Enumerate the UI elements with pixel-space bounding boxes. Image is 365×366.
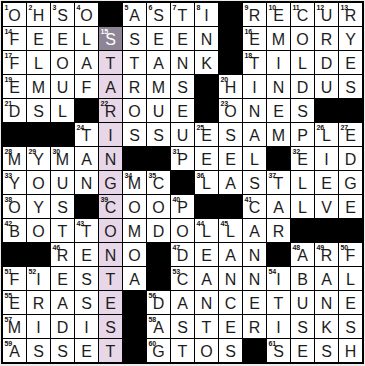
cell-letter: L [226, 224, 235, 242]
cell-letter: E [297, 152, 308, 170]
clue-number: 18 [245, 52, 252, 59]
cell-r11c11[interactable]: N [243, 243, 266, 266]
cell-letter: M [8, 320, 21, 338]
clue-number: 36 [197, 172, 204, 179]
cell-letter: O [296, 32, 308, 50]
cell-letter: L [298, 56, 307, 74]
cell-r1c1[interactable]: 1O [3, 3, 26, 26]
cell-r13c8[interactable]: A [171, 291, 194, 314]
cell-r2c14[interactable]: R [315, 27, 338, 50]
cell-r6c9[interactable]: 25E [195, 123, 218, 146]
cell-letter: S [57, 8, 68, 26]
cell-r12c6[interactable]: A [123, 267, 146, 290]
cell-r4c11[interactable]: I [243, 75, 266, 98]
cell-r15c15[interactable]: H [339, 339, 362, 362]
cell-r10c4[interactable]: 43T [75, 219, 98, 242]
cell-r3c6[interactable]: T [123, 51, 146, 74]
cell-r2c15[interactable]: Y [339, 27, 362, 50]
cell-r4c4[interactable]: F [75, 75, 98, 98]
cell-letter: C [249, 200, 261, 218]
cell-letter: A [249, 128, 260, 146]
cell-letter: A [81, 56, 92, 74]
cell-letter: N [321, 296, 333, 314]
cell-r10c2[interactable]: O [27, 219, 50, 242]
cell-r13c3[interactable]: A [51, 291, 74, 314]
cell-r7c13[interactable]: 32E [291, 147, 314, 170]
cell-letter: A [153, 56, 164, 74]
clue-number: 43 [77, 220, 84, 227]
cell-letter: E [249, 32, 260, 50]
black-cell-r10c15 [339, 219, 362, 242]
cell-r4c2[interactable]: M [27, 75, 50, 98]
cell-r2c7[interactable]: E [147, 27, 170, 50]
cell-letter: R [321, 248, 333, 266]
cell-r7c11[interactable]: L [243, 147, 266, 170]
cell-r1c13[interactable]: 11C [291, 3, 314, 26]
cell-r11c13[interactable]: 48A [291, 243, 314, 266]
cell-r6c14[interactable]: 26L [315, 123, 338, 146]
cell-r9c13[interactable]: L [291, 195, 314, 218]
cell-r1c6[interactable]: 5A [123, 3, 146, 26]
cell-r15c13[interactable]: E [291, 339, 314, 362]
cell-r8c11[interactable]: S [243, 171, 266, 194]
black-cell-r5c9 [195, 99, 218, 122]
cell-r10c7[interactable]: D [147, 219, 170, 242]
cell-r11c15[interactable]: 50F [339, 243, 362, 266]
cell-letter: D [153, 296, 165, 314]
cell-r15c1[interactable]: 59A [3, 339, 26, 362]
cell-letter: A [57, 296, 68, 314]
cell-letter: U [57, 80, 69, 98]
cell-r9c3[interactable]: S [51, 195, 74, 218]
cell-r8c13[interactable]: L [291, 171, 314, 194]
cell-r10c9[interactable]: 44L [195, 219, 218, 242]
black-cell-r7c6 [123, 147, 146, 170]
cell-letter: M [272, 128, 285, 146]
cell-r8c5[interactable]: G [99, 171, 122, 194]
cell-r3c9[interactable]: K [195, 51, 218, 74]
cell-r11c6[interactable]: O [123, 243, 146, 266]
cell-letter: R [273, 224, 285, 242]
cell-r12c10[interactable]: N [219, 267, 242, 290]
cell-r4c8[interactable]: S [171, 75, 194, 98]
cell-letter: E [273, 104, 284, 122]
clue-number: 34 [125, 172, 132, 179]
cell-r6c10[interactable]: S [219, 123, 242, 146]
cell-r14c8[interactable]: S [171, 315, 194, 338]
cell-r3c15[interactable]: E [339, 51, 362, 74]
cell-r14c3[interactable]: D [51, 315, 74, 338]
clue-number: 14 [5, 28, 12, 35]
cell-r4c6[interactable]: R [123, 75, 146, 98]
cell-letter: A [225, 176, 236, 194]
cell-letter: A [201, 272, 212, 290]
clue-number: 2 [29, 4, 33, 11]
cell-r6c13[interactable]: P [291, 123, 314, 146]
cell-r10c12[interactable]: R [267, 219, 290, 242]
cell-letter: R [321, 32, 333, 50]
cell-r13c7[interactable]: 56D [147, 291, 170, 314]
cell-r7c1[interactable]: 28M [3, 147, 26, 170]
cell-r3c4[interactable]: A [75, 51, 98, 74]
cell-letter: L [202, 176, 211, 194]
cell-r12c1[interactable]: 51F [3, 267, 26, 290]
cell-letter: L [82, 32, 91, 50]
cell-r9c15[interactable]: E [339, 195, 362, 218]
cell-r2c11[interactable]: 16E [243, 27, 266, 50]
cell-r15c5[interactable]: T [99, 339, 122, 362]
cell-letter: N [225, 272, 237, 290]
cell-r12c11[interactable]: N [243, 267, 266, 290]
cell-letter: Y [345, 32, 356, 50]
cell-r3c7[interactable]: A [147, 51, 170, 74]
cell-r9c6[interactable]: O [123, 195, 146, 218]
cell-r11c4[interactable]: E [75, 243, 98, 266]
cell-r14c11[interactable]: R [243, 315, 266, 338]
cell-r2c2[interactable]: E [27, 27, 50, 50]
clue-number: 32 [293, 148, 300, 155]
clue-number: 55 [5, 292, 12, 299]
cell-r7c9[interactable]: E [195, 147, 218, 170]
cell-letter: N [105, 248, 117, 266]
cell-r9c12[interactable]: A [267, 195, 290, 218]
cell-r14c5[interactable]: S [99, 315, 122, 338]
cell-letter: F [346, 248, 356, 266]
cell-r6c15[interactable]: 27E [339, 123, 362, 146]
cell-r4c10[interactable]: 20H [219, 75, 242, 98]
cell-r12c5[interactable]: T [99, 267, 122, 290]
cell-letter: E [225, 320, 236, 338]
cell-letter: O [80, 8, 92, 26]
cell-r13c13[interactable]: U [291, 291, 314, 314]
clue-number: 1 [5, 4, 9, 11]
cell-r14c12[interactable]: I [267, 315, 290, 338]
clue-number: 57 [5, 316, 12, 323]
cell-r13c5[interactable]: E [99, 291, 122, 314]
cell-r7c3[interactable]: 30M [51, 147, 74, 170]
cell-r14c9[interactable]: T [195, 315, 218, 338]
cell-r4c13[interactable]: D [291, 75, 314, 98]
cell-r5c2[interactable]: S [27, 99, 50, 122]
cell-r3c3[interactable]: O [51, 51, 74, 74]
clue-number: 30 [53, 148, 60, 155]
cell-letter: E [345, 296, 356, 314]
cell-r5c1[interactable]: 21D [3, 99, 26, 122]
cell-r4c7[interactable]: M [147, 75, 170, 98]
cell-letter: I [36, 272, 40, 290]
cell-r1c3[interactable]: 3S [51, 3, 74, 26]
cell-r1c14[interactable]: 12U [315, 3, 338, 26]
cell-r10c6[interactable]: M [123, 219, 146, 242]
cell-r14c2[interactable]: I [27, 315, 50, 338]
cell-letter: S [153, 8, 164, 26]
clue-number: 15 [101, 28, 108, 35]
cell-r4c1[interactable]: 19E [3, 75, 26, 98]
clue-number: 41 [245, 196, 252, 203]
cell-letter: H [33, 8, 45, 26]
cell-r5c3[interactable]: L [51, 99, 74, 122]
cell-r5c8[interactable]: E [171, 99, 194, 122]
cell-r8c2[interactable]: O [27, 171, 50, 194]
cell-r6c7[interactable]: S [147, 123, 170, 146]
cell-r2c8[interactable]: E [171, 27, 194, 50]
black-cell-r14c6 [123, 315, 146, 338]
cell-r9c1[interactable]: 38O [3, 195, 26, 218]
cell-letter: G [104, 176, 116, 194]
clue-number: 4 [77, 4, 81, 11]
cell-r11c10[interactable]: A [219, 243, 242, 266]
cell-r2c1[interactable]: 14F [3, 27, 26, 50]
cell-letter: D [345, 152, 357, 170]
cell-letter: I [276, 272, 280, 290]
cell-r2c13[interactable]: O [291, 27, 314, 50]
cell-r3c8[interactable]: N [171, 51, 194, 74]
clue-number: 40 [173, 196, 180, 203]
cell-r15c10[interactable]: S [219, 339, 242, 362]
cell-r1c12[interactable]: 10E [267, 3, 290, 26]
cell-r12c9[interactable]: A [195, 267, 218, 290]
cell-r7c2[interactable]: 29Y [27, 147, 50, 170]
cell-letter: C [153, 176, 165, 194]
cell-letter: U [321, 80, 333, 98]
cell-letter: E [81, 344, 92, 362]
cell-r5c12[interactable]: E [267, 99, 290, 122]
cell-r10c1[interactable]: 42B [3, 219, 26, 242]
cell-r1c4[interactable]: 4O [75, 3, 98, 26]
cell-r8c9[interactable]: 36L [195, 171, 218, 194]
cell-letter: R [345, 8, 357, 26]
clue-number: 13 [341, 4, 348, 11]
cell-r7c8[interactable]: 31P [171, 147, 194, 170]
cell-r1c7[interactable]: 6S [147, 3, 170, 26]
cell-r5c13[interactable]: S [291, 99, 314, 122]
cell-letter: C [105, 200, 117, 218]
cell-letter: T [178, 344, 188, 362]
cell-r2c5[interactable]: 15S [99, 27, 122, 50]
cell-letter: M [128, 176, 141, 194]
cell-r4c5[interactable]: A [99, 75, 122, 98]
clue-number: 47 [173, 244, 180, 251]
cell-r5c10[interactable]: 23O [219, 99, 242, 122]
cell-letter: L [34, 56, 43, 74]
cell-letter: A [273, 200, 284, 218]
cell-letter: A [225, 248, 236, 266]
cell-r11c5[interactable]: N [99, 243, 122, 266]
cell-letter: O [152, 200, 164, 218]
cell-r1c15[interactable]: 13R [339, 3, 362, 26]
cell-r3c5[interactable]: T [99, 51, 122, 74]
cell-r14c15[interactable]: S [339, 315, 362, 338]
cell-r3c2[interactable]: L [27, 51, 50, 74]
cell-r10c8[interactable]: O [171, 219, 194, 242]
cell-r13c4[interactable]: S [75, 291, 98, 314]
cell-r13c14[interactable]: N [315, 291, 338, 314]
black-cell-r15c11 [243, 339, 266, 362]
cell-r15c9[interactable]: O [195, 339, 218, 362]
cell-r5c11[interactable]: N [243, 99, 266, 122]
cell-r13c11[interactable]: E [243, 291, 266, 314]
cell-r3c12[interactable]: I [267, 51, 290, 74]
cell-r14c14[interactable]: K [315, 315, 338, 338]
cell-letter: R [105, 104, 117, 122]
black-cell-r9c9 [195, 195, 218, 218]
cell-r14c13[interactable]: S [291, 315, 314, 338]
cell-letter: T [106, 56, 116, 74]
cell-r11c9[interactable]: E [195, 243, 218, 266]
cell-letter: S [33, 344, 44, 362]
cell-r15c2[interactable]: S [27, 339, 50, 362]
cell-letter: F [82, 80, 92, 98]
cell-letter: E [201, 248, 212, 266]
cell-r8c1[interactable]: 33Y [3, 171, 26, 194]
cell-r13c15[interactable]: E [339, 291, 362, 314]
cell-r1c9[interactable]: 8I [195, 3, 218, 26]
clue-number: 22 [101, 100, 108, 107]
cell-r12c8[interactable]: 53C [171, 267, 194, 290]
cell-r6c12[interactable]: M [267, 123, 290, 146]
cell-r8c3[interactable]: U [51, 171, 74, 194]
cell-r12c15[interactable]: L [339, 267, 362, 290]
cell-r6c8[interactable]: U [171, 123, 194, 146]
cell-r4c3[interactable]: U [51, 75, 74, 98]
cell-r2c9[interactable]: N [195, 27, 218, 50]
cell-r5c7[interactable]: U [147, 99, 170, 122]
cell-r12c13[interactable]: B [291, 267, 314, 290]
cell-r9c2[interactable]: Y [27, 195, 50, 218]
cell-r7c10[interactable]: E [219, 147, 242, 170]
cell-r3c1[interactable]: 17F [3, 51, 26, 74]
cell-r12c2[interactable]: 52I [27, 267, 50, 290]
cell-r9c5[interactable]: 39C [99, 195, 122, 218]
cell-r7c4[interactable]: A [75, 147, 98, 170]
cell-r11c14[interactable]: 49R [315, 243, 338, 266]
clue-number: 5 [125, 4, 129, 11]
cell-r5c6[interactable]: O [123, 99, 146, 122]
black-cell-r13c6 [123, 291, 146, 314]
cell-letter: L [58, 104, 67, 122]
cell-r13c1[interactable]: 55E [3, 291, 26, 314]
cell-r12c4[interactable]: S [75, 267, 98, 290]
cell-letter: N [201, 296, 213, 314]
cell-r8c7[interactable]: 35C [147, 171, 170, 194]
cell-r10c11[interactable]: A [243, 219, 266, 242]
cell-letter: F [10, 56, 20, 74]
cell-r10c5[interactable]: O [99, 219, 122, 242]
cell-r2c4[interactable]: L [75, 27, 98, 50]
cell-letter: O [32, 224, 44, 242]
black-cell-r7c7 [147, 147, 170, 170]
cell-r6c11[interactable]: A [243, 123, 266, 146]
black-cell-r5c4 [75, 99, 98, 122]
cell-r15c12[interactable]: 61S [267, 339, 290, 362]
cell-r12c12[interactable]: 54I [267, 267, 290, 290]
cell-r2c12[interactable]: M [267, 27, 290, 50]
cell-r10c3[interactable]: T [51, 219, 74, 242]
cell-r3c11[interactable]: 18T [243, 51, 266, 74]
cell-r4c14[interactable]: U [315, 75, 338, 98]
cell-r15c14[interactable]: S [315, 339, 338, 362]
cell-r6c5[interactable]: I [99, 123, 122, 146]
cell-r11c8[interactable]: 47D [171, 243, 194, 266]
cell-letter: S [177, 320, 188, 338]
cell-r9c8[interactable]: 40P [171, 195, 194, 218]
cell-r6c4[interactable]: 24T [75, 123, 98, 146]
cell-r3c14[interactable]: D [315, 51, 338, 74]
cell-r8c4[interactable]: N [75, 171, 98, 194]
cell-r7c14[interactable]: I [315, 147, 338, 170]
cell-r13c9[interactable]: N [195, 291, 218, 314]
cell-r8c15[interactable]: G [339, 171, 362, 194]
cell-r12c14[interactable]: A [315, 267, 338, 290]
cell-r8c14[interactable]: E [315, 171, 338, 194]
cell-r13c2[interactable]: R [27, 291, 50, 314]
cell-letter: D [321, 56, 333, 74]
cell-letter: E [273, 8, 284, 26]
cell-letter: U [297, 296, 309, 314]
cell-r5c5[interactable]: 22R [99, 99, 122, 122]
cell-r14c10[interactable]: E [219, 315, 242, 338]
cell-r6c6[interactable]: S [123, 123, 146, 146]
cell-r1c2[interactable]: 2H [27, 3, 50, 26]
cell-r14c4[interactable]: I [75, 315, 98, 338]
cell-r12c3[interactable]: E [51, 267, 74, 290]
cell-letter: I [108, 128, 112, 146]
cell-r7c5[interactable]: N [99, 147, 122, 170]
clue-number: 21 [5, 100, 12, 107]
cell-letter: I [84, 320, 88, 338]
cell-letter: R [249, 8, 261, 26]
cell-r14c7[interactable]: 58A [147, 315, 170, 338]
cell-r11c3[interactable]: 46R [51, 243, 74, 266]
crossword-board: 1O2H3S4O5A6S7T8I9R10E11C12U13R14FEEL15SS… [1, 1, 364, 364]
cell-r9c11[interactable]: 41C [243, 195, 266, 218]
cell-r2c3[interactable]: E [51, 27, 74, 50]
clue-number: 20 [221, 76, 228, 83]
cell-r15c7[interactable]: 60G [147, 339, 170, 362]
clue-number: 10 [269, 4, 276, 11]
cell-r1c11[interactable]: 9R [243, 3, 266, 26]
cell-r1c8[interactable]: 7T [171, 3, 194, 26]
cell-r15c3[interactable]: S [51, 339, 74, 362]
cell-r3c13[interactable]: L [291, 51, 314, 74]
cell-r7c15[interactable]: D [339, 147, 362, 170]
cell-letter: U [153, 104, 165, 122]
cell-letter: G [152, 344, 164, 362]
cell-r14c1[interactable]: 57M [3, 315, 26, 338]
cell-r4c15[interactable]: S [339, 75, 362, 98]
cell-letter: L [250, 152, 259, 170]
cell-r4c12[interactable]: N [267, 75, 290, 98]
cell-r15c4[interactable]: E [75, 339, 98, 362]
clue-number: 53 [173, 268, 180, 275]
cell-letter: S [297, 320, 308, 338]
cell-letter: L [322, 128, 331, 146]
cell-r2c6[interactable]: S [123, 27, 146, 50]
clue-number: 42 [5, 220, 12, 227]
cell-letter: I [276, 56, 280, 74]
cell-r9c7[interactable]: O [147, 195, 170, 218]
cell-r8c12[interactable]: 37T [267, 171, 290, 194]
cell-r8c10[interactable]: A [219, 171, 242, 194]
cell-r8c6[interactable]: 34M [123, 171, 146, 194]
cell-letter: H [345, 344, 357, 362]
cell-r9c14[interactable]: V [315, 195, 338, 218]
cell-letter: S [321, 344, 332, 362]
cell-r10c10[interactable]: 45L [219, 219, 242, 242]
cell-r15c8[interactable]: T [171, 339, 194, 362]
cell-r13c10[interactable]: C [219, 291, 242, 314]
cell-r13c12[interactable]: T [267, 291, 290, 314]
